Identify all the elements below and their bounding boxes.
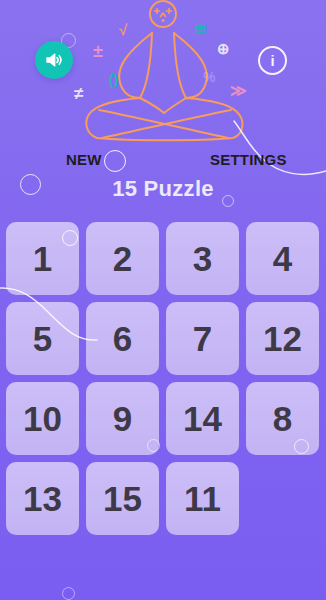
- tile-8[interactable]: 8: [246, 382, 319, 455]
- tile-9[interactable]: 9: [86, 382, 159, 455]
- tile-15[interactable]: 15: [86, 462, 159, 535]
- parentheses-symbol: (): [109, 73, 118, 87]
- info-icon: i: [270, 52, 274, 69]
- plus-minus-symbol: ±: [93, 42, 103, 60]
- circled-plus-symbol: ⊕: [217, 41, 230, 56]
- app-screen: i NEW SETTINGS 15 Puzzle 123456712109148…: [0, 0, 326, 600]
- tile-13[interactable]: 13: [6, 462, 79, 535]
- figure-face: [155, 9, 172, 22]
- much-greater-symbol: ≫: [230, 83, 247, 99]
- tile-3[interactable]: 3: [166, 222, 239, 295]
- sqrt-symbol: √: [119, 22, 127, 37]
- sound-button[interactable]: [35, 41, 73, 79]
- figure-body: [119, 33, 207, 98]
- info-button[interactable]: i: [258, 46, 287, 75]
- tile-12[interactable]: 12: [246, 302, 319, 375]
- empty-cell: [246, 462, 319, 535]
- tile-6[interactable]: 6: [86, 302, 159, 375]
- tile-10[interactable]: 10: [6, 382, 79, 455]
- not-equal-symbol: ≠: [74, 85, 83, 102]
- percent-symbol: %: [203, 70, 215, 84]
- tile-7[interactable]: 7: [166, 302, 239, 375]
- tile-4[interactable]: 4: [246, 222, 319, 295]
- tile-2[interactable]: 2: [86, 222, 159, 295]
- settings-button[interactable]: SETTINGS: [210, 151, 287, 168]
- speaker-on-icon: [44, 50, 64, 70]
- menu-row: NEW SETTINGS: [0, 149, 326, 169]
- page-title: 15 Puzzle: [0, 176, 326, 202]
- tile-11[interactable]: 11: [166, 462, 239, 535]
- figure-head: [150, 1, 176, 27]
- approx-symbol: ≅: [194, 21, 207, 37]
- decor-circle: [62, 587, 75, 600]
- figure-legs: [86, 98, 242, 140]
- tile-1[interactable]: 1: [6, 222, 79, 295]
- tile-5[interactable]: 5: [6, 302, 79, 375]
- puzzle-grid: 123456712109148131511: [6, 222, 319, 535]
- new-button[interactable]: NEW: [66, 151, 102, 168]
- tile-14[interactable]: 14: [166, 382, 239, 455]
